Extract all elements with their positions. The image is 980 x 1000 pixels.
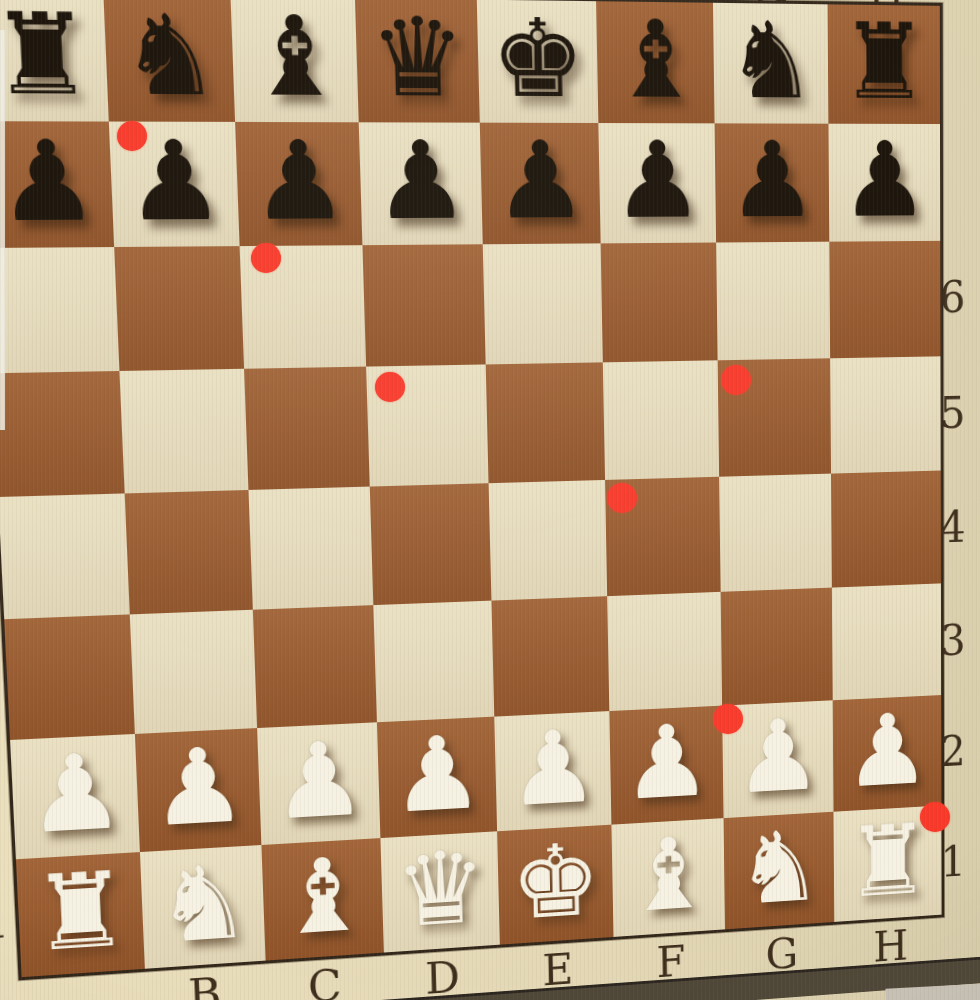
square-h7[interactable]: ♟ <box>828 124 940 242</box>
square-g2[interactable]: ♟ <box>722 700 833 818</box>
square-h3[interactable] <box>832 583 941 700</box>
black-rook: ♜ <box>0 0 95 111</box>
square-h8[interactable]: ♜ <box>828 4 940 124</box>
black-knight: ♞ <box>725 7 816 114</box>
square-e2[interactable]: ♟ <box>494 711 611 831</box>
square-e7[interactable]: ♟ <box>480 123 601 245</box>
square-f1[interactable]: ♝ <box>611 818 725 937</box>
square-c5[interactable] <box>244 367 370 490</box>
white-pawn: ♟ <box>148 733 248 842</box>
square-d8[interactable]: ♛ <box>355 0 480 123</box>
screen-edge-glare <box>0 30 5 430</box>
square-h5[interactable] <box>830 356 941 473</box>
rank-label-1-right: 1 <box>932 806 974 918</box>
white-bishop: ♝ <box>274 843 371 950</box>
board-tilt-wrapper: F G H 2 1 ♜♞♝♛♚♝♞♜♟♟♟♟♟♟♟♟♟♟♟♟♟♟♟♟♜♞♝♛♚♝… <box>0 0 964 1000</box>
white-pawn: ♟ <box>23 739 126 849</box>
square-f4[interactable] <box>605 477 721 596</box>
square-d1[interactable]: ♛ <box>380 831 499 952</box>
square-d5[interactable] <box>366 364 488 486</box>
black-pawn: ♟ <box>611 127 704 233</box>
rank-label-2-right: 2 <box>932 695 974 808</box>
square-h2[interactable]: ♟ <box>833 695 942 812</box>
white-pawn: ♟ <box>621 710 711 814</box>
square-c8[interactable]: ♝ <box>231 0 359 122</box>
white-pawn: ♟ <box>507 716 600 821</box>
square-f6[interactable] <box>601 243 718 363</box>
square-e8[interactable]: ♚ <box>477 0 599 123</box>
square-g1[interactable]: ♞ <box>724 812 835 930</box>
square-b2[interactable]: ♟ <box>135 728 262 852</box>
rank-label-6-right: 6 <box>931 239 974 356</box>
square-c1[interactable]: ♝ <box>261 838 384 960</box>
square-d7[interactable]: ♟ <box>359 122 483 245</box>
rank-label-3-right: 3 <box>932 583 974 697</box>
square-b5[interactable] <box>119 369 248 494</box>
square-d6[interactable] <box>362 244 485 366</box>
square-h4[interactable] <box>831 471 941 588</box>
square-f2[interactable]: ♟ <box>609 706 723 825</box>
white-bishop: ♝ <box>623 823 713 927</box>
square-a4[interactable] <box>0 493 130 619</box>
rank-label-5-right: 5 <box>931 355 974 471</box>
square-a6[interactable] <box>0 247 119 373</box>
square-a8[interactable]: ♜ <box>0 0 109 122</box>
square-f8[interactable]: ♝ <box>596 1 714 123</box>
square-g3[interactable] <box>721 588 833 706</box>
black-pawn: ♟ <box>840 128 928 232</box>
black-queen: ♛ <box>368 2 467 112</box>
white-pawn: ♟ <box>734 705 822 808</box>
white-pawn: ♟ <box>270 727 368 835</box>
white-knight: ♞ <box>735 816 823 919</box>
square-b4[interactable] <box>125 490 253 614</box>
black-pawn: ♟ <box>248 126 349 235</box>
square-e1[interactable]: ♚ <box>497 825 613 945</box>
white-king: ♚ <box>509 829 601 934</box>
file-label-b-bottom: B <box>143 966 266 1000</box>
square-g5[interactable] <box>718 358 831 476</box>
file-label-c-bottom: C <box>264 957 385 1000</box>
square-b3[interactable] <box>130 610 257 734</box>
board-frame: F G H 2 1 ♜♞♝♛♚♝♞♜♟♟♟♟♟♟♟♟♟♟♟♟♟♟♟♟♜♞♝♛♚♝… <box>0 0 980 1000</box>
square-b7[interactable]: ♟ <box>109 122 240 247</box>
chess-screen-photo: F G H 2 1 ♜♞♝♛♚♝♞♜♟♟♟♟♟♟♟♟♟♟♟♟♟♟♟♟♜♞♝♛♚♝… <box>0 0 980 1000</box>
right-rank-labels: 6 5 4 3 2 1 <box>930 3 973 918</box>
square-b6[interactable] <box>114 246 244 371</box>
square-b1[interactable]: ♞ <box>140 845 266 969</box>
white-knight: ♞ <box>153 850 253 958</box>
square-c3[interactable] <box>253 605 377 728</box>
square-h1[interactable]: ♜ <box>833 805 941 921</box>
black-pawn: ♟ <box>727 127 818 232</box>
rank-label-8-right <box>930 3 973 122</box>
black-rook: ♜ <box>839 9 928 114</box>
square-f3[interactable] <box>607 592 722 711</box>
white-rook: ♜ <box>29 857 131 967</box>
square-a1[interactable]: ♜ <box>16 852 145 977</box>
square-a7[interactable]: ♟ <box>0 121 114 248</box>
square-h6[interactable] <box>829 241 940 358</box>
square-c4[interactable] <box>248 487 373 610</box>
square-f5[interactable] <box>603 360 719 480</box>
white-pawn: ♟ <box>844 699 930 801</box>
square-d2[interactable]: ♟ <box>377 717 497 838</box>
square-c2[interactable]: ♟ <box>257 722 380 845</box>
square-g4[interactable] <box>719 474 832 592</box>
square-g6[interactable] <box>716 242 830 361</box>
white-rook: ♜ <box>845 810 930 912</box>
black-knight: ♞ <box>117 0 221 111</box>
square-g7[interactable]: ♟ <box>715 123 830 242</box>
square-e4[interactable] <box>489 480 608 601</box>
square-b8[interactable]: ♞ <box>103 0 235 122</box>
square-e5[interactable] <box>486 362 605 483</box>
black-pawn: ♟ <box>492 127 588 234</box>
square-d4[interactable] <box>370 483 492 605</box>
square-a3[interactable] <box>4 614 135 740</box>
black-pawn: ♟ <box>372 127 470 235</box>
black-bishop: ♝ <box>609 6 703 114</box>
chess-board: ♜♞♝♛♚♝♞♜♟♟♟♟♟♟♟♟♟♟♟♟♟♟♟♟♜♞♝♛♚♝♞♜ <box>0 0 944 980</box>
square-c7[interactable]: ♟ <box>235 122 362 246</box>
square-d3[interactable] <box>373 601 494 723</box>
white-queen: ♛ <box>393 836 488 942</box>
rank-label-7-right <box>931 122 974 240</box>
square-f7[interactable]: ♟ <box>598 123 716 243</box>
square-e3[interactable] <box>491 596 609 716</box>
black-bishop: ♝ <box>244 1 346 112</box>
square-c6[interactable] <box>240 245 367 369</box>
black-pawn: ♟ <box>122 126 226 237</box>
square-e6[interactable] <box>483 243 603 364</box>
square-g8[interactable]: ♞ <box>713 3 828 124</box>
square-a2[interactable]: ♟ <box>10 734 140 859</box>
black-pawn: ♟ <box>0 126 100 238</box>
white-pawn: ♟ <box>389 721 484 827</box>
rank-label-4-right: 4 <box>931 470 973 585</box>
black-king: ♚ <box>489 4 585 113</box>
square-a5[interactable] <box>0 371 125 497</box>
